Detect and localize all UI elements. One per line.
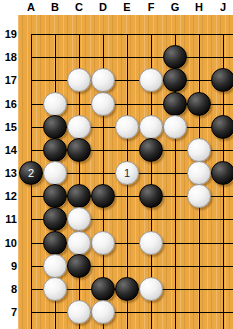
white-stone-C15 [67, 115, 91, 139]
move-number-label: 1 [124, 168, 130, 179]
white-stone-D16 [91, 92, 115, 116]
row-label-16: 16 [0, 98, 17, 110]
grid-line-horizontal-17 [31, 80, 233, 81]
white-stone-G15 [163, 115, 187, 139]
white-stone-C10 [67, 231, 91, 255]
white-stone-B13 [43, 161, 67, 185]
column-label-E: E [123, 1, 130, 14]
black-stone-J15 [211, 115, 233, 139]
black-stone-E8 [115, 277, 139, 301]
black-stone-B12 [43, 184, 67, 208]
row-label-19: 19 [0, 28, 17, 40]
white-stone-D17 [91, 68, 115, 92]
black-stone-D12 [91, 184, 115, 208]
black-stone-B11 [43, 207, 67, 231]
column-label-A: A [27, 1, 35, 14]
row-label-7: 7 [0, 306, 17, 318]
row-label-8: 8 [0, 283, 17, 295]
row-label-15: 15 [0, 121, 17, 133]
black-stone-D8 [91, 277, 115, 301]
row-label-13: 13 [0, 167, 17, 179]
white-stone-F15 [139, 115, 163, 139]
white-stone-F17 [139, 68, 163, 92]
white-stone-F8 [139, 277, 163, 301]
black-stone-C9 [67, 254, 91, 278]
white-stone-C7 [67, 300, 91, 324]
move-number-label: 2 [28, 168, 34, 179]
white-stone-C11 [67, 207, 91, 231]
white-stone-B16 [43, 92, 67, 116]
black-stone-B14 [43, 138, 67, 162]
column-label-D: D [99, 1, 107, 14]
row-label-14: 14 [0, 144, 17, 156]
white-stone-E13: 1 [115, 161, 139, 185]
grid-line-horizontal-18 [31, 57, 233, 58]
white-stone-H14 [187, 138, 211, 162]
black-stone-G16 [163, 92, 187, 116]
black-stone-C12 [67, 184, 91, 208]
column-label-F: F [148, 1, 155, 14]
white-stone-E15 [115, 115, 139, 139]
go-board: 21 [18, 15, 233, 329]
black-stone-F14 [139, 138, 163, 162]
white-stone-D7 [91, 300, 115, 324]
white-stone-B8 [43, 277, 67, 301]
column-label-H: H [195, 1, 203, 14]
black-stone-F12 [139, 184, 163, 208]
row-label-9: 9 [0, 260, 17, 272]
black-stone-C14 [67, 138, 91, 162]
black-stone-H16 [187, 92, 211, 116]
white-stone-F10 [139, 231, 163, 255]
row-label-18: 18 [0, 51, 17, 63]
column-label-C: C [75, 1, 83, 14]
go-diagram: 21 ABCDEFGHJ19181716151413121110987 [0, 0, 233, 329]
black-stone-G17 [163, 68, 187, 92]
white-stone-H12 [187, 184, 211, 208]
row-label-10: 10 [0, 237, 17, 249]
white-stone-C17 [67, 68, 91, 92]
row-label-17: 17 [0, 74, 17, 86]
grid-line-horizontal-19 [31, 34, 233, 35]
black-stone-B15 [43, 115, 67, 139]
black-stone-G18 [163, 45, 187, 69]
white-stone-H13 [187, 161, 211, 185]
black-stone-B10 [43, 231, 67, 255]
white-stone-D10 [91, 231, 115, 255]
row-label-12: 12 [0, 190, 17, 202]
black-stone-J17 [211, 68, 233, 92]
grid-line-horizontal-7 [31, 312, 233, 313]
column-label-J: J [220, 1, 226, 14]
black-stone-A13: 2 [19, 161, 43, 185]
column-label-G: G [171, 1, 180, 14]
white-stone-B9 [43, 254, 67, 278]
column-label-B: B [51, 1, 59, 14]
row-label-11: 11 [0, 213, 17, 225]
black-stone-J13 [211, 161, 233, 185]
